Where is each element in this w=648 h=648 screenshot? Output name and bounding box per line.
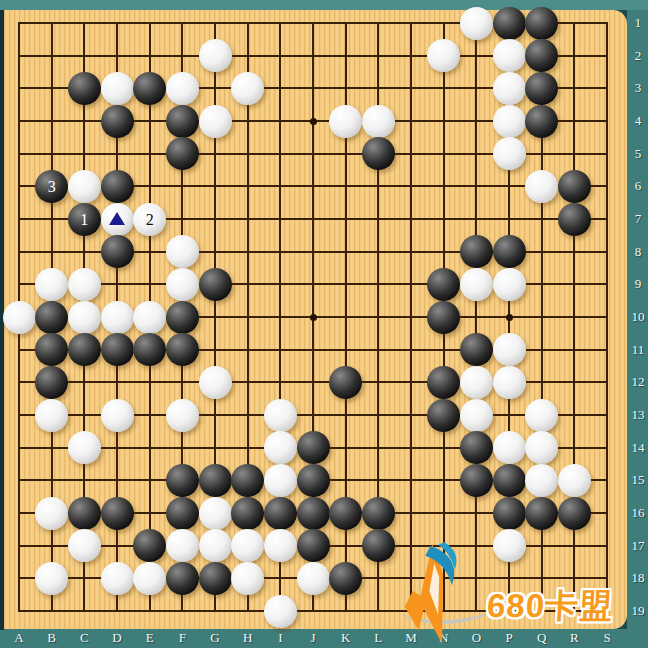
stone-black (297, 464, 330, 497)
col-label: Q (535, 630, 549, 646)
row-label: 1 (628, 15, 648, 31)
stone-black (68, 497, 101, 530)
stone-black (329, 366, 362, 399)
col-label: L (371, 630, 385, 646)
stone-black (329, 497, 362, 530)
stone-white (101, 72, 134, 105)
stone-white (264, 595, 297, 628)
stone-white (493, 72, 526, 105)
row-label: 8 (628, 244, 648, 260)
stone-black (460, 333, 493, 366)
stone-white (68, 170, 101, 203)
stone-white (68, 431, 101, 464)
stone-white (362, 105, 395, 138)
stone-black (199, 268, 232, 301)
stone-white (133, 562, 166, 595)
stone-black (427, 399, 460, 432)
col-label: H (241, 630, 255, 646)
stone-white (231, 562, 264, 595)
grid-line-vertical (606, 22, 608, 612)
stone-black (101, 105, 134, 138)
stone-black (166, 105, 199, 138)
stone-white (493, 39, 526, 72)
row-label: 10 (628, 309, 648, 325)
watermark-text: 680卡盟 (486, 584, 614, 629)
stone-white (35, 562, 68, 595)
triangle-marker (109, 212, 125, 225)
stone-black (68, 333, 101, 366)
stone-white (493, 137, 526, 170)
stone-white (525, 170, 558, 203)
stone-black (558, 203, 591, 236)
stone-black (427, 268, 460, 301)
stone-black (166, 562, 199, 595)
stone-white (558, 464, 591, 497)
stone-white (199, 529, 232, 562)
stone-black (68, 72, 101, 105)
stone-black (199, 562, 232, 595)
stone-black (525, 7, 558, 40)
stone-black (558, 497, 591, 530)
stone-black (101, 235, 134, 268)
row-label: 9 (628, 276, 648, 292)
stone-black (297, 529, 330, 562)
stone-black (427, 366, 460, 399)
stone-white (35, 497, 68, 530)
stone-black (166, 301, 199, 334)
stone-black (493, 235, 526, 268)
col-label: F (175, 630, 189, 646)
move-number-label: 1 (68, 203, 101, 236)
row-label: 13 (628, 407, 648, 423)
star-point (310, 314, 317, 321)
stone-white (166, 399, 199, 432)
star-point (310, 118, 317, 125)
stone-black (362, 529, 395, 562)
stone-white (493, 105, 526, 138)
row-label: 11 (628, 342, 648, 358)
row-label: 12 (628, 374, 648, 390)
stone-white (68, 268, 101, 301)
stone-white (3, 301, 36, 334)
stone-white (199, 39, 232, 72)
row-label: 15 (628, 472, 648, 488)
col-label: J (306, 630, 320, 646)
col-label: R (567, 630, 581, 646)
stone-black (166, 464, 199, 497)
col-label: P (502, 630, 516, 646)
stone-white (199, 497, 232, 530)
stone-black (297, 497, 330, 530)
stone-white (460, 268, 493, 301)
row-label: 19 (628, 603, 648, 619)
col-label: C (77, 630, 91, 646)
row-label: 5 (628, 146, 648, 162)
stone-white (460, 399, 493, 432)
row-label: 4 (628, 113, 648, 129)
row-label: 6 (628, 178, 648, 194)
stone-white (133, 301, 166, 334)
stone-white (166, 235, 199, 268)
stone-black (133, 72, 166, 105)
stone-white (166, 72, 199, 105)
stone-white (101, 301, 134, 334)
stone-white (264, 529, 297, 562)
grid-line-vertical (410, 22, 412, 612)
stone-white (166, 268, 199, 301)
stone-black (264, 497, 297, 530)
stone-white (199, 105, 232, 138)
top-frame-strip (0, 0, 648, 10)
stone-black (35, 301, 68, 334)
stone-black (362, 137, 395, 170)
star-point (506, 314, 513, 321)
move-number-label: 2 (133, 203, 166, 236)
grid-line-vertical (475, 22, 477, 612)
stone-white (525, 399, 558, 432)
stone-black (493, 7, 526, 40)
stone-white (297, 562, 330, 595)
stone-white (35, 268, 68, 301)
stone-white (525, 464, 558, 497)
stone-white (101, 399, 134, 432)
row-label: 14 (628, 440, 648, 456)
stone-white (68, 529, 101, 562)
col-label: D (110, 630, 124, 646)
stone-black (166, 137, 199, 170)
stone-black (166, 497, 199, 530)
stone-white (35, 399, 68, 432)
stone-black (427, 301, 460, 334)
stone-black (493, 464, 526, 497)
stone-white (493, 333, 526, 366)
row-label: 16 (628, 505, 648, 521)
stone-white (68, 301, 101, 334)
stone-white (329, 105, 362, 138)
stone-white (493, 431, 526, 464)
stone-black (231, 464, 264, 497)
stone-white (166, 529, 199, 562)
stone-white (101, 562, 134, 595)
stone-black (460, 464, 493, 497)
stone-white (493, 268, 526, 301)
stone-black (525, 72, 558, 105)
stone-black (101, 333, 134, 366)
stone-black (231, 497, 264, 530)
move-number-label: 3 (35, 170, 68, 203)
stone-black (525, 105, 558, 138)
col-label: K (339, 630, 353, 646)
stone-white (493, 366, 526, 399)
stone-white (460, 366, 493, 399)
col-label: E (143, 630, 157, 646)
row-label: 17 (628, 538, 648, 554)
col-label: A (12, 630, 26, 646)
row-label: 3 (628, 80, 648, 96)
col-label: I (273, 630, 287, 646)
stone-black (558, 170, 591, 203)
go-board-screen: 680卡盟 123ABCDEFGHIJKLMNOPQRS123456789101… (0, 0, 648, 648)
col-label: G (208, 630, 222, 646)
stone-black (493, 497, 526, 530)
stone-black (362, 497, 395, 530)
col-label: S (600, 630, 614, 646)
stone-black (166, 333, 199, 366)
stone-white (264, 464, 297, 497)
stone-white (199, 366, 232, 399)
stone-black (329, 562, 362, 595)
stone-black (199, 464, 232, 497)
row-label: 18 (628, 570, 648, 586)
stone-white (264, 431, 297, 464)
stone-white (231, 72, 264, 105)
stone-black (460, 431, 493, 464)
stone-black (525, 497, 558, 530)
stone-black (460, 235, 493, 268)
row-label: 2 (628, 48, 648, 64)
shuttlecock-logo-icon (392, 540, 502, 648)
stone-white (460, 7, 493, 40)
stone-black (101, 170, 134, 203)
stone-black (101, 497, 134, 530)
stone-black (297, 431, 330, 464)
col-label: B (45, 630, 59, 646)
stone-black (35, 366, 68, 399)
row-label: 7 (628, 211, 648, 227)
stone-white (264, 399, 297, 432)
